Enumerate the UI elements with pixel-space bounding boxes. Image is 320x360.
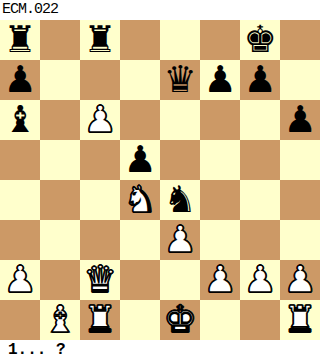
square-d5[interactable]: ♟ bbox=[120, 140, 160, 180]
square-f7[interactable]: ♟ bbox=[200, 60, 240, 100]
square-c6[interactable]: ♟ bbox=[80, 100, 120, 140]
square-f1[interactable] bbox=[200, 300, 240, 340]
piece-white-queen: ♛ bbox=[83, 260, 116, 300]
piece-white-rook: ♜ bbox=[283, 300, 316, 340]
square-c4[interactable] bbox=[80, 180, 120, 220]
square-e3[interactable]: ♟ bbox=[160, 220, 200, 260]
square-c3[interactable] bbox=[80, 220, 120, 260]
square-b5[interactable] bbox=[40, 140, 80, 180]
square-d4[interactable]: ♞ bbox=[120, 180, 160, 220]
square-h5[interactable] bbox=[280, 140, 320, 180]
square-a1[interactable] bbox=[0, 300, 40, 340]
square-c5[interactable] bbox=[80, 140, 120, 180]
piece-white-bishop: ♝ bbox=[43, 300, 76, 340]
square-h2[interactable]: ♟ bbox=[280, 260, 320, 300]
piece-black-rook: ♜ bbox=[83, 20, 116, 60]
square-h3[interactable] bbox=[280, 220, 320, 260]
piece-black-queen: ♛ bbox=[163, 60, 196, 100]
square-a4[interactable] bbox=[0, 180, 40, 220]
square-a7[interactable]: ♟ bbox=[0, 60, 40, 100]
square-f6[interactable] bbox=[200, 100, 240, 140]
square-d1[interactable] bbox=[120, 300, 160, 340]
square-a3[interactable] bbox=[0, 220, 40, 260]
chess-board: ♜♜♚♟♛♟♟♝♟♟♟♞♞♟♟♛♟♟♟♝♜♚♜ bbox=[0, 20, 320, 340]
piece-white-pawn: ♟ bbox=[243, 260, 276, 300]
footer-bar: 1... ? bbox=[0, 340, 320, 360]
square-b3[interactable] bbox=[40, 220, 80, 260]
piece-white-pawn: ♟ bbox=[3, 260, 36, 300]
square-b6[interactable] bbox=[40, 100, 80, 140]
piece-white-king: ♚ bbox=[163, 300, 196, 340]
piece-black-pawn: ♟ bbox=[243, 60, 276, 100]
square-a2[interactable]: ♟ bbox=[0, 260, 40, 300]
square-g3[interactable] bbox=[240, 220, 280, 260]
square-h8[interactable] bbox=[280, 20, 320, 60]
square-c7[interactable] bbox=[80, 60, 120, 100]
square-d3[interactable] bbox=[120, 220, 160, 260]
square-e4[interactable]: ♞ bbox=[160, 180, 200, 220]
square-c2[interactable]: ♛ bbox=[80, 260, 120, 300]
square-f3[interactable] bbox=[200, 220, 240, 260]
square-b8[interactable] bbox=[40, 20, 80, 60]
square-b7[interactable] bbox=[40, 60, 80, 100]
piece-white-pawn: ♟ bbox=[83, 100, 116, 140]
square-h6[interactable]: ♟ bbox=[280, 100, 320, 140]
square-d8[interactable] bbox=[120, 20, 160, 60]
square-c1[interactable]: ♜ bbox=[80, 300, 120, 340]
square-e7[interactable]: ♛ bbox=[160, 60, 200, 100]
square-e8[interactable] bbox=[160, 20, 200, 60]
piece-black-pawn: ♟ bbox=[283, 100, 316, 140]
square-b4[interactable] bbox=[40, 180, 80, 220]
square-g8[interactable]: ♚ bbox=[240, 20, 280, 60]
square-a5[interactable] bbox=[0, 140, 40, 180]
piece-white-pawn: ♟ bbox=[203, 260, 236, 300]
move-prompt: 1... ? bbox=[8, 341, 66, 360]
square-h4[interactable] bbox=[280, 180, 320, 220]
piece-black-pawn: ♟ bbox=[3, 60, 36, 100]
square-e1[interactable]: ♚ bbox=[160, 300, 200, 340]
piece-black-pawn: ♟ bbox=[123, 140, 156, 180]
square-g5[interactable] bbox=[240, 140, 280, 180]
chess-app-window: ECM.022 ♜♜♚♟♛♟♟♝♟♟♟♞♞♟♟♛♟♟♟♝♜♚♜ 1... ? bbox=[0, 0, 320, 360]
piece-black-knight: ♞ bbox=[163, 180, 196, 220]
square-f8[interactable] bbox=[200, 20, 240, 60]
piece-black-rook: ♜ bbox=[3, 20, 36, 60]
square-g1[interactable] bbox=[240, 300, 280, 340]
square-e6[interactable] bbox=[160, 100, 200, 140]
piece-black-bishop: ♝ bbox=[3, 100, 36, 140]
square-e2[interactable] bbox=[160, 260, 200, 300]
square-f4[interactable] bbox=[200, 180, 240, 220]
square-g6[interactable] bbox=[240, 100, 280, 140]
piece-black-king: ♚ bbox=[243, 20, 276, 60]
square-g4[interactable] bbox=[240, 180, 280, 220]
piece-black-pawn: ♟ bbox=[203, 60, 236, 100]
square-d2[interactable] bbox=[120, 260, 160, 300]
square-g7[interactable]: ♟ bbox=[240, 60, 280, 100]
square-e5[interactable] bbox=[160, 140, 200, 180]
square-c8[interactable]: ♜ bbox=[80, 20, 120, 60]
square-a8[interactable]: ♜ bbox=[0, 20, 40, 60]
square-b1[interactable]: ♝ bbox=[40, 300, 80, 340]
piece-white-knight: ♞ bbox=[123, 180, 156, 220]
square-f2[interactable]: ♟ bbox=[200, 260, 240, 300]
header-bar: ECM.022 bbox=[0, 0, 320, 20]
square-b2[interactable] bbox=[40, 260, 80, 300]
piece-white-pawn: ♟ bbox=[163, 220, 196, 260]
square-d6[interactable] bbox=[120, 100, 160, 140]
position-title: ECM.022 bbox=[2, 1, 58, 19]
square-a6[interactable]: ♝ bbox=[0, 100, 40, 140]
square-f5[interactable] bbox=[200, 140, 240, 180]
piece-white-rook: ♜ bbox=[83, 300, 116, 340]
piece-white-pawn: ♟ bbox=[283, 260, 316, 300]
square-g2[interactable]: ♟ bbox=[240, 260, 280, 300]
square-h7[interactable] bbox=[280, 60, 320, 100]
square-d7[interactable] bbox=[120, 60, 160, 100]
square-h1[interactable]: ♜ bbox=[280, 300, 320, 340]
